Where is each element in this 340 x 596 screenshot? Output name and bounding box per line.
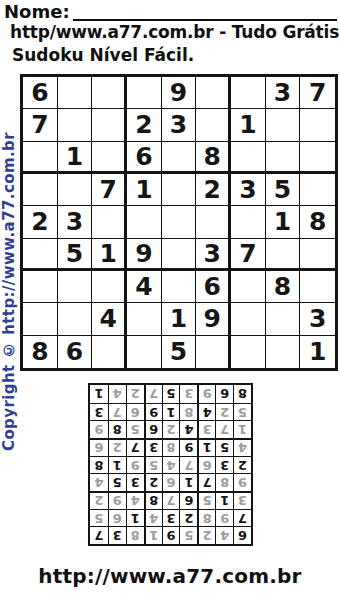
- solution-cell-r3c5: 7: [162, 491, 180, 509]
- puzzle-cell-r2c4: 2: [127, 109, 162, 141]
- solution-cell-r8c5: 1: [162, 403, 180, 421]
- solution-cell-r1c9: 7: [90, 526, 108, 544]
- solution-cell-r2c3: 8: [197, 509, 215, 527]
- puzzle-cell-r4c3: 7: [92, 174, 127, 206]
- puzzle-cell-r6c7: 7: [231, 239, 266, 271]
- puzzle-cell-r6c3: 1: [92, 239, 127, 271]
- solution-cell-r8c6: 9: [144, 403, 162, 421]
- puzzle-cell-r8c8: [266, 303, 301, 335]
- solution-cell-r7c5: 2: [162, 420, 180, 438]
- solution-cell-r5c3: 6: [197, 456, 215, 474]
- puzzle-cell-r8c2: [58, 303, 93, 335]
- solution-cell-r5c6: 5: [144, 456, 162, 474]
- puzzle-cell-r3c1: [23, 142, 58, 174]
- solution-cell-r4c1: 9: [233, 473, 251, 491]
- puzzle-cell-r5c2: 3: [58, 206, 93, 238]
- solution-cell-r8c9: 3: [90, 403, 108, 421]
- solution-cell-r5c4: 7: [179, 456, 197, 474]
- puzzle-cell-r8c3: 4: [92, 303, 127, 335]
- puzzle-cell-r5c3: [92, 206, 127, 238]
- solution-cell-r8c1: 5: [233, 403, 251, 421]
- puzzle-cell-r7c3: [92, 271, 127, 303]
- solution-cell-r6c3: 1: [197, 438, 215, 456]
- puzzle-cell-r8c7: [231, 303, 266, 335]
- sudoku-puzzle-grid: 693772311687123523185193746841938651: [20, 74, 338, 371]
- puzzle-cell-r3c8: [266, 142, 301, 174]
- puzzle-cell-r6c8: [266, 239, 301, 271]
- puzzle-cell-r1c1: 6: [23, 77, 58, 109]
- solution-cell-r7c4: 4: [179, 420, 197, 438]
- puzzle-cell-r3c5: [162, 142, 197, 174]
- puzzle-cell-r1c9: 7: [300, 77, 335, 109]
- site-tagline: http/www.a77.com.br - Tudo Grátis.: [10, 22, 340, 42]
- solution-cell-r2c6: 4: [144, 509, 162, 527]
- footer-url: http://www.a77.com.br: [0, 564, 340, 588]
- puzzle-cell-r6c5: [162, 239, 197, 271]
- solution-cell-r9c2: 6: [215, 385, 233, 403]
- solution-cell-r4c2: 8: [215, 473, 233, 491]
- puzzle-cell-r9c2: 6: [58, 336, 93, 368]
- puzzle-cell-r8c6: 9: [196, 303, 231, 335]
- solution-cell-r1c5: 9: [162, 526, 180, 544]
- solution-cell-r5c9: 8: [90, 456, 108, 474]
- puzzle-cell-r7c7: [231, 271, 266, 303]
- solution-cell-r5c5: 4: [162, 456, 180, 474]
- solution-cell-r8c8: 7: [108, 403, 126, 421]
- puzzle-cell-r6c1: [23, 239, 58, 271]
- puzzle-cell-r9c7: [231, 336, 266, 368]
- puzzle-cell-r9c5: 5: [162, 336, 197, 368]
- puzzle-cell-r1c6: [196, 77, 231, 109]
- solution-cell-r4c5: 6: [162, 473, 180, 491]
- solution-cell-r5c1: 2: [233, 456, 251, 474]
- solution-cell-r8c4: 8: [179, 403, 197, 421]
- solution-cell-r1c4: 5: [179, 526, 197, 544]
- puzzle-cell-r5c5: [162, 206, 197, 238]
- puzzle-cell-r6c6: 3: [196, 239, 231, 271]
- name-row: Nome:: [4, 1, 337, 22]
- puzzle-cell-r8c9: 3: [300, 303, 335, 335]
- solution-cell-r6c5: 8: [162, 438, 180, 456]
- puzzle-cell-r5c4: [127, 206, 162, 238]
- solution-cell-r3c1: 3: [233, 491, 251, 509]
- solution-cell-r2c5: 3: [162, 509, 180, 527]
- puzzle-cell-r9c8: [266, 336, 301, 368]
- puzzle-cell-r4c1: [23, 174, 58, 206]
- solution-cell-r7c3: 3: [197, 420, 215, 438]
- solution-cell-r3c7: 4: [126, 491, 144, 509]
- puzzle-cell-r1c8: 3: [266, 77, 301, 109]
- sudoku-solution-grid: 6425918377982341653156784929871623542367…: [88, 383, 253, 546]
- solution-cell-r3c9: 2: [90, 491, 108, 509]
- puzzle-cell-r5c8: 1: [266, 206, 301, 238]
- puzzle-cell-r3c9: [300, 142, 335, 174]
- puzzle-cell-r6c4: 9: [127, 239, 162, 271]
- solution-cell-r7c9: 9: [90, 420, 108, 438]
- solution-cell-r7c8: 8: [108, 420, 126, 438]
- solution-cell-r6c1: 4: [233, 438, 251, 456]
- puzzle-cell-r3c4: 6: [127, 142, 162, 174]
- puzzle-cell-r2c6: [196, 109, 231, 141]
- solution-cell-r3c4: 6: [179, 491, 197, 509]
- puzzle-cell-r2c1: 7: [23, 109, 58, 141]
- solution-cell-r6c2: 5: [215, 438, 233, 456]
- solution-cell-r6c4: 9: [179, 438, 197, 456]
- solution-cell-r3c8: 9: [108, 491, 126, 509]
- puzzle-cell-r9c3: [92, 336, 127, 368]
- puzzle-cell-r7c2: [58, 271, 93, 303]
- solution-cell-r4c3: 7: [197, 473, 215, 491]
- puzzle-cell-r4c4: 1: [127, 174, 162, 206]
- solution-cell-r4c6: 2: [144, 473, 162, 491]
- puzzle-cell-r7c6: 6: [196, 271, 231, 303]
- solution-cell-r4c4: 1: [179, 473, 197, 491]
- solution-cell-r4c8: 5: [108, 473, 126, 491]
- solution-cell-r7c2: 7: [215, 420, 233, 438]
- solution-cell-r7c7: 5: [126, 420, 144, 438]
- solution-cell-r3c6: 8: [144, 491, 162, 509]
- solution-cell-r1c8: 3: [108, 526, 126, 544]
- puzzle-cell-r1c7: [231, 77, 266, 109]
- solution-cell-r2c1: 7: [233, 509, 251, 527]
- solution-cell-r8c7: 6: [126, 403, 144, 421]
- name-underline: [73, 19, 337, 21]
- solution-cell-r9c7: 2: [126, 385, 144, 403]
- puzzle-cell-r9c1: 8: [23, 336, 58, 368]
- puzzle-cell-r5c6: [196, 206, 231, 238]
- puzzle-cell-r3c7: [231, 142, 266, 174]
- puzzle-cell-r7c1: [23, 271, 58, 303]
- puzzle-cell-r4c2: [58, 174, 93, 206]
- puzzle-cell-r7c4: 4: [127, 271, 162, 303]
- solution-cell-r2c4: 2: [179, 509, 197, 527]
- puzzle-cell-r4c8: 5: [266, 174, 301, 206]
- puzzle-cell-r8c1: [23, 303, 58, 335]
- solution-cell-r6c8: 2: [108, 438, 126, 456]
- solution-cell-r9c9: 1: [90, 385, 108, 403]
- solution-cell-r2c8: 6: [108, 509, 126, 527]
- puzzle-cell-r5c7: [231, 206, 266, 238]
- puzzle-cell-r6c2: 5: [58, 239, 93, 271]
- puzzle-cell-r2c9: [300, 109, 335, 141]
- copyright-link[interactable]: Copyright © http://www.a77.com.br: [0, 85, 18, 451]
- difficulty-label: Sudoku Nível Fácil.: [12, 45, 194, 65]
- puzzle-cell-r3c2: 1: [58, 142, 93, 174]
- solution-cell-r2c7: 1: [126, 509, 144, 527]
- solution-cell-r1c6: 1: [144, 526, 162, 544]
- puzzle-cell-r4c9: [300, 174, 335, 206]
- puzzle-cell-r6c9: [300, 239, 335, 271]
- solution-cell-r1c1: 6: [233, 526, 251, 544]
- solution-cell-r2c2: 9: [215, 509, 233, 527]
- puzzle-cell-r4c5: [162, 174, 197, 206]
- solution-cell-r9c8: 4: [108, 385, 126, 403]
- puzzle-cell-r1c3: [92, 77, 127, 109]
- puzzle-cell-r8c5: 1: [162, 303, 197, 335]
- puzzle-cell-r7c8: 8: [266, 271, 301, 303]
- puzzle-cell-r7c9: [300, 271, 335, 303]
- solution-cell-r9c1: 8: [233, 385, 251, 403]
- solution-cell-r5c7: 9: [126, 456, 144, 474]
- puzzle-cell-r1c5: 9: [162, 77, 197, 109]
- puzzle-cell-r1c2: [58, 77, 93, 109]
- puzzle-cell-r9c9: 1: [300, 336, 335, 368]
- solution-cell-r5c8: 1: [108, 456, 126, 474]
- puzzle-cell-r9c4: [127, 336, 162, 368]
- solution-cell-r4c7: 3: [126, 473, 144, 491]
- solution-cell-r6c9: 6: [90, 438, 108, 456]
- puzzle-cell-r8c4: [127, 303, 162, 335]
- solution-cell-r3c2: 1: [215, 491, 233, 509]
- puzzle-cell-r2c5: 3: [162, 109, 197, 141]
- puzzle-cell-r5c1: 2: [23, 206, 58, 238]
- name-label: Nome:: [4, 1, 70, 22]
- puzzle-cell-r9c6: [196, 336, 231, 368]
- solution-cell-r9c6: 7: [144, 385, 162, 403]
- solution-cell-r8c2: 2: [215, 403, 233, 421]
- solution-cell-r7c1: 1: [233, 420, 251, 438]
- solution-cell-r1c2: 4: [215, 526, 233, 544]
- solution-cell-r7c6: 6: [144, 420, 162, 438]
- puzzle-cell-r3c3: [92, 142, 127, 174]
- solution-cell-r9c3: 9: [197, 385, 215, 403]
- puzzle-cell-r7c5: [162, 271, 197, 303]
- puzzle-cell-r5c9: 8: [300, 206, 335, 238]
- solution-cell-r8c3: 4: [197, 403, 215, 421]
- puzzle-cell-r3c6: 8: [196, 142, 231, 174]
- puzzle-cell-r2c2: [58, 109, 93, 141]
- solution-cell-r3c3: 5: [197, 491, 215, 509]
- solution-cell-r1c7: 8: [126, 526, 144, 544]
- puzzle-cell-r4c7: 3: [231, 174, 266, 206]
- solution-cell-r4c9: 4: [90, 473, 108, 491]
- solution-cell-r5c2: 3: [215, 456, 233, 474]
- solution-cell-r1c3: 2: [197, 526, 215, 544]
- solution-cell-r6c6: 3: [144, 438, 162, 456]
- solution-cell-r6c7: 7: [126, 438, 144, 456]
- solution-cell-r9c5: 5: [162, 385, 180, 403]
- solution-cell-r9c4: 3: [179, 385, 197, 403]
- puzzle-cell-r2c8: [266, 109, 301, 141]
- puzzle-cell-r4c6: 2: [196, 174, 231, 206]
- puzzle-cell-r1c4: [127, 77, 162, 109]
- puzzle-cell-r2c3: [92, 109, 127, 141]
- solution-cell-r2c9: 5: [90, 509, 108, 527]
- puzzle-cell-r2c7: 1: [231, 109, 266, 141]
